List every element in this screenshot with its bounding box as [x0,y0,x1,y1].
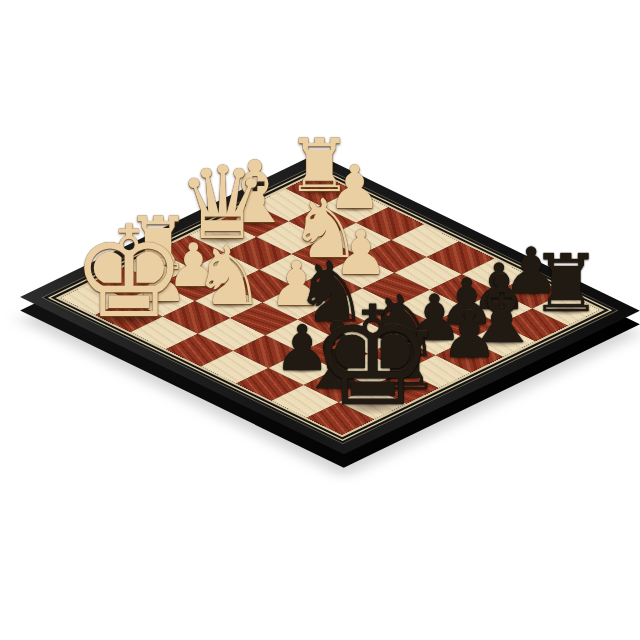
white-king-glyph: ♚ [72,209,186,337]
black-pawn-glyph: ♟ [441,303,499,367]
chess-set-photo: ♜♝♛♜♟♟♟♚♞♞♟♟♞♟♟♟♟♟♞♝♜♝♟♜♚ [0,0,640,640]
black-king-glyph: ♚ [311,288,434,425]
white-knight-glyph: ♞ [192,235,265,316]
